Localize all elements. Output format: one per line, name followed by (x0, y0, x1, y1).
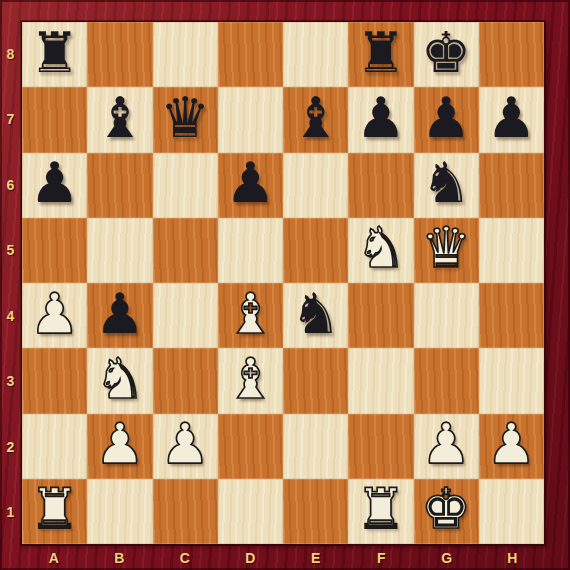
square-c5[interactable] (153, 218, 218, 283)
square-d5[interactable] (218, 218, 283, 283)
square-f6[interactable] (348, 153, 413, 218)
white-bishop[interactable]: ♝ (225, 286, 275, 342)
square-b8[interactable] (87, 22, 152, 87)
black-rook[interactable]: ♜ (30, 25, 80, 81)
square-d3[interactable]: ♝ (218, 348, 283, 413)
square-b2[interactable]: ♟ (87, 414, 152, 479)
black-knight[interactable]: ♞ (421, 155, 471, 211)
rank-label-3: 3 (0, 349, 21, 415)
square-g8[interactable]: ♚ (414, 22, 479, 87)
rank-label-7: 7 (0, 87, 21, 153)
square-h8[interactable] (479, 22, 544, 87)
square-f5[interactable]: ♞ (348, 218, 413, 283)
square-f1[interactable]: ♜ (348, 479, 413, 544)
file-label-e: E (283, 545, 349, 570)
square-c4[interactable] (153, 283, 218, 348)
square-h3[interactable] (479, 348, 544, 413)
square-e5[interactable] (283, 218, 348, 283)
square-f8[interactable]: ♜ (348, 22, 413, 87)
white-pawn[interactable]: ♟ (160, 416, 210, 472)
white-rook[interactable]: ♜ (356, 481, 406, 537)
file-label-d: D (218, 545, 284, 570)
square-g5[interactable]: ♛ (414, 218, 479, 283)
square-e2[interactable] (283, 414, 348, 479)
rank-label-1: 1 (0, 480, 21, 546)
file-label-g: G (414, 545, 480, 570)
square-g6[interactable]: ♞ (414, 153, 479, 218)
square-h2[interactable]: ♟ (479, 414, 544, 479)
white-rook[interactable]: ♜ (30, 481, 80, 537)
white-pawn[interactable]: ♟ (486, 416, 536, 472)
square-d7[interactable] (218, 87, 283, 152)
black-bishop[interactable]: ♝ (291, 90, 341, 146)
square-e3[interactable] (283, 348, 348, 413)
white-pawn[interactable]: ♟ (421, 416, 471, 472)
black-knight[interactable]: ♞ (291, 286, 341, 342)
board-frame: ♜♜♚♝♛♝♟♟♟♟♟♞♞♛♟♟♝♞♞♝♟♟♟♟♜♜♚ 87654321 ABC… (0, 0, 570, 570)
square-c7[interactable]: ♛ (153, 87, 218, 152)
rank-label-5: 5 (0, 218, 21, 284)
black-queen[interactable]: ♛ (160, 90, 210, 146)
white-knight[interactable]: ♞ (356, 220, 406, 276)
square-b1[interactable] (87, 479, 152, 544)
square-a8[interactable]: ♜ (22, 22, 87, 87)
square-f3[interactable] (348, 348, 413, 413)
square-d8[interactable] (218, 22, 283, 87)
square-f7[interactable]: ♟ (348, 87, 413, 152)
black-pawn[interactable]: ♟ (356, 90, 406, 146)
white-queen[interactable]: ♛ (421, 220, 471, 276)
square-c2[interactable]: ♟ (153, 414, 218, 479)
square-h7[interactable]: ♟ (479, 87, 544, 152)
square-a4[interactable]: ♟ (22, 283, 87, 348)
square-d1[interactable] (218, 479, 283, 544)
square-b7[interactable]: ♝ (87, 87, 152, 152)
file-label-b: B (87, 545, 153, 570)
rank-label-6: 6 (0, 152, 21, 218)
white-pawn[interactable]: ♟ (95, 416, 145, 472)
square-b6[interactable] (87, 153, 152, 218)
rank-label-4: 4 (0, 283, 21, 349)
square-c6[interactable] (153, 153, 218, 218)
square-h5[interactable] (479, 218, 544, 283)
square-a2[interactable] (22, 414, 87, 479)
black-pawn[interactable]: ♟ (225, 155, 275, 211)
square-g7[interactable]: ♟ (414, 87, 479, 152)
square-h6[interactable] (479, 153, 544, 218)
square-a5[interactable] (22, 218, 87, 283)
file-label-a: A (21, 545, 87, 570)
square-c1[interactable] (153, 479, 218, 544)
square-d2[interactable] (218, 414, 283, 479)
black-pawn[interactable]: ♟ (421, 90, 471, 146)
square-f2[interactable] (348, 414, 413, 479)
square-b4[interactable]: ♟ (87, 283, 152, 348)
square-c8[interactable] (153, 22, 218, 87)
square-e1[interactable] (283, 479, 348, 544)
rank-labels: 87654321 (0, 21, 21, 545)
square-e8[interactable] (283, 22, 348, 87)
file-labels: ABCDEFGH (21, 545, 545, 570)
rank-label-8: 8 (0, 21, 21, 87)
square-a6[interactable]: ♟ (22, 153, 87, 218)
file-label-f: F (349, 545, 415, 570)
square-g2[interactable]: ♟ (414, 414, 479, 479)
square-h4[interactable] (479, 283, 544, 348)
square-h1[interactable] (479, 479, 544, 544)
square-a1[interactable]: ♜ (22, 479, 87, 544)
square-g3[interactable] (414, 348, 479, 413)
black-pawn[interactable]: ♟ (30, 155, 80, 211)
square-c3[interactable] (153, 348, 218, 413)
black-pawn[interactable]: ♟ (95, 286, 145, 342)
square-g4[interactable] (414, 283, 479, 348)
rank-label-2: 2 (0, 414, 21, 480)
square-b3[interactable]: ♞ (87, 348, 152, 413)
black-bishop[interactable]: ♝ (95, 90, 145, 146)
square-a7[interactable] (22, 87, 87, 152)
square-a3[interactable] (22, 348, 87, 413)
white-bishop[interactable]: ♝ (225, 351, 275, 407)
square-e6[interactable] (283, 153, 348, 218)
square-d6[interactable]: ♟ (218, 153, 283, 218)
black-king[interactable]: ♚ (421, 25, 471, 81)
chess-board: ♜♜♚♝♛♝♟♟♟♟♟♞♞♛♟♟♝♞♞♝♟♟♟♟♜♜♚ (21, 21, 545, 545)
square-e7[interactable]: ♝ (283, 87, 348, 152)
file-label-c: C (152, 545, 218, 570)
file-label-h: H (480, 545, 546, 570)
square-b5[interactable] (87, 218, 152, 283)
square-f4[interactable] (348, 283, 413, 348)
square-d4[interactable]: ♝ (218, 283, 283, 348)
white-pawn[interactable]: ♟ (30, 286, 80, 342)
white-knight[interactable]: ♞ (95, 351, 145, 407)
black-pawn[interactable]: ♟ (486, 90, 536, 146)
black-rook[interactable]: ♜ (356, 25, 406, 81)
square-e4[interactable]: ♞ (283, 283, 348, 348)
white-king[interactable]: ♚ (421, 481, 471, 537)
square-g1[interactable]: ♚ (414, 479, 479, 544)
